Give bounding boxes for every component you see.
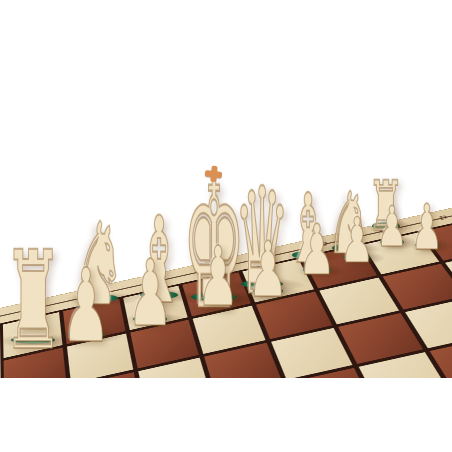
frame-file-label: e (201, 266, 211, 276)
frame-file-label: h (24, 305, 32, 316)
king-cross-finial (205, 171, 223, 179)
frame-file-label: a (437, 213, 451, 223)
frame-file-label: g (83, 292, 92, 303)
frame-file-label: c (319, 240, 330, 250)
photo-canvas: hgfedcba12345678 ♜♞♝♚♛♝♞♜♟♟♟♟♟♟♟♟ (0, 0, 452, 452)
frame-file-label: b (378, 226, 391, 236)
photo-white-margin (0, 378, 452, 452)
frame-file-label: f (142, 279, 148, 289)
frame-file-label: d (260, 252, 271, 262)
